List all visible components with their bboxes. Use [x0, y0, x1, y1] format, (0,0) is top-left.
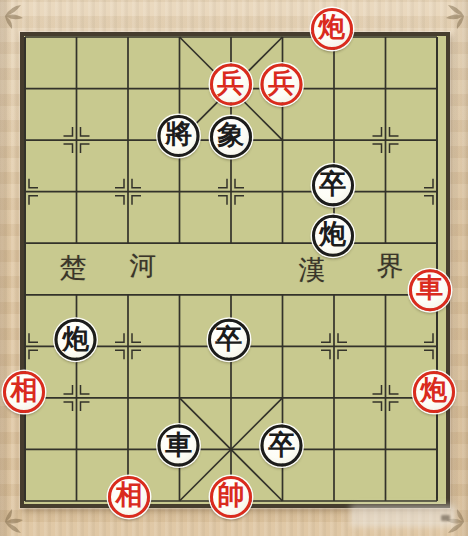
piece-glyph: 將	[165, 121, 192, 148]
piece-red-soldier-a[interactable]: 兵	[210, 64, 252, 106]
board-point-c2r2[interactable]	[360, 114, 412, 166]
board-point-c5r3[interactable]	[102, 217, 154, 269]
piece-glyph: 卒	[319, 171, 346, 198]
board-point-c3r5[interactable]	[154, 320, 206, 372]
piece-black-elephant[interactable]: 象	[210, 116, 252, 158]
board-point-c6r4[interactable]	[205, 269, 257, 321]
board-point-c0r4[interactable]	[360, 217, 412, 269]
board-point-c6r3[interactable]	[154, 217, 206, 269]
board-point-c7r5[interactable]	[411, 320, 463, 372]
board-point-c4r6[interactable]	[308, 372, 360, 424]
board-point-c5r0[interactable]	[257, 11, 309, 63]
board-point-c6r2[interactable]	[102, 166, 154, 218]
board-point-c4r4[interactable]	[102, 269, 154, 321]
board-point-c8r2[interactable]	[205, 166, 257, 218]
board-point-c3r3[interactable]	[0, 217, 51, 269]
board-point-c1r0[interactable]	[51, 11, 103, 63]
board-point-c0r6[interactable]	[102, 372, 154, 424]
piece-glyph: 卒	[215, 325, 242, 352]
piece-glyph: 炮	[319, 221, 346, 248]
board-point-c5r7[interactable]	[51, 475, 103, 527]
board-point-c2r4[interactable]	[0, 269, 51, 321]
piece-red-soldier-b[interactable]: 兵	[261, 64, 303, 106]
board-point-c7r1[interactable]	[51, 114, 103, 166]
board-point-c6r5[interactable]	[360, 320, 412, 372]
board-point-c2r0[interactable]	[102, 11, 154, 63]
board-point-c3r6[interactable]	[257, 372, 309, 424]
board-point-c4r5[interactable]	[257, 320, 309, 372]
piece-black-soldier-b[interactable]: 卒	[208, 319, 250, 361]
board-point-c1r1[interactable]	[102, 63, 154, 115]
board-point-c1r7[interactable]	[308, 423, 360, 475]
piece-glyph: 卒	[268, 431, 295, 458]
board-point-c3r7[interactable]	[411, 423, 463, 475]
board-point-c0r5[interactable]	[360, 269, 412, 321]
board-point-c0r2[interactable]	[257, 114, 309, 166]
piece-red-chariot[interactable]: 車	[409, 269, 451, 311]
board-point-c7r0[interactable]	[411, 11, 463, 63]
board-point-c2r7[interactable]	[360, 423, 412, 475]
board-point-c7r2[interactable]	[154, 166, 206, 218]
piece-black-soldier-a[interactable]: 卒	[312, 165, 354, 207]
board-point-c3r0[interactable]	[154, 11, 206, 63]
board-point-c3r2[interactable]	[411, 114, 463, 166]
piece-black-cannon-a[interactable]: 炮	[312, 215, 354, 257]
board-point-c8r5[interactable]	[51, 372, 103, 424]
board-point-c4r2[interactable]	[0, 166, 51, 218]
piece-red-elephant-a[interactable]: 相	[3, 371, 45, 413]
board-point-c5r2[interactable]	[51, 166, 103, 218]
board-point-c4r1[interactable]	[360, 63, 412, 115]
board-point-c5r5[interactable]	[308, 320, 360, 372]
board-point-c2r3[interactable]	[411, 166, 463, 218]
board-point-c8r4[interactable]	[308, 269, 360, 321]
board-point-c1r4[interactable]	[411, 217, 463, 269]
piece-red-cannon-b[interactable]: 炮	[413, 371, 455, 413]
piece-glyph: 炮	[318, 14, 345, 41]
piece-black-general[interactable]: 將	[158, 115, 200, 157]
board-point-c1r3[interactable]	[360, 166, 412, 218]
board-point-c7r7[interactable]	[257, 475, 309, 527]
board-point-c8r6[interactable]	[102, 423, 154, 475]
xiangqi-board-screen: 楚 河 漢 界 炮兵兵將象卒炮車炮卒相炮車卒相帥	[0, 0, 468, 536]
piece-glyph: 帥	[217, 482, 244, 509]
board-point-c4r3[interactable]	[51, 217, 103, 269]
board-point-c5r4[interactable]	[154, 269, 206, 321]
board-point-c4r0[interactable]	[205, 11, 257, 63]
board-point-c2r1[interactable]	[154, 63, 206, 115]
board-point-c1r5[interactable]	[0, 320, 51, 372]
piece-glyph: 兵	[268, 70, 295, 97]
piece-glyph: 相	[115, 482, 142, 509]
piece-black-soldier-c[interactable]: 卒	[261, 425, 303, 467]
board-point-c6r0[interactable]	[360, 11, 412, 63]
watermark-mark	[441, 515, 450, 521]
board-point-c2r6[interactable]	[205, 372, 257, 424]
board-point-c1r2[interactable]	[308, 114, 360, 166]
board-point-c4r7[interactable]	[0, 475, 51, 527]
piece-glyph: 象	[217, 122, 244, 149]
piece-red-cannon-a[interactable]: 炮	[311, 8, 353, 50]
piece-glyph: 車	[416, 275, 443, 302]
piece-red-elephant-b[interactable]: 相	[108, 476, 150, 518]
board-point-c6r1[interactable]	[0, 114, 51, 166]
board-point-c5r1[interactable]	[411, 63, 463, 115]
board-point-c7r6[interactable]	[51, 423, 103, 475]
board-grid: 炮兵兵將象卒炮車炮卒相炮車卒相帥	[0, 11, 463, 526]
board-point-c0r1[interactable]	[51, 63, 103, 115]
board-point-c6r7[interactable]	[154, 475, 206, 527]
board-point-c3r4[interactable]	[51, 269, 103, 321]
piece-glyph: 兵	[217, 70, 244, 97]
board-point-c8r0[interactable]	[0, 63, 51, 115]
piece-red-general[interactable]: 帥	[210, 476, 252, 518]
board-point-c5r6[interactable]	[360, 372, 412, 424]
board-point-c1r6[interactable]	[154, 372, 206, 424]
board-point-c0r7[interactable]	[205, 423, 257, 475]
board-point-c7r4[interactable]	[257, 269, 309, 321]
board-point-c0r0[interactable]	[0, 11, 51, 63]
board-point-c2r5[interactable]	[102, 320, 154, 372]
board-point-c0r3[interactable]	[257, 166, 309, 218]
piece-glyph: 車	[165, 431, 192, 458]
board-point-c7r3[interactable]	[205, 217, 257, 269]
piece-black-chariot[interactable]: 車	[158, 425, 200, 467]
piece-glyph: 炮	[420, 377, 447, 404]
piece-glyph: 炮	[62, 325, 89, 352]
piece-black-cannon-b[interactable]: 炮	[55, 319, 97, 361]
piece-glyph: 相	[10, 377, 37, 404]
board-point-c6r6[interactable]	[0, 423, 51, 475]
board-point-c3r1[interactable]	[308, 63, 360, 115]
board-point-c8r3[interactable]	[257, 217, 309, 269]
board-point-c8r1[interactable]	[102, 114, 154, 166]
